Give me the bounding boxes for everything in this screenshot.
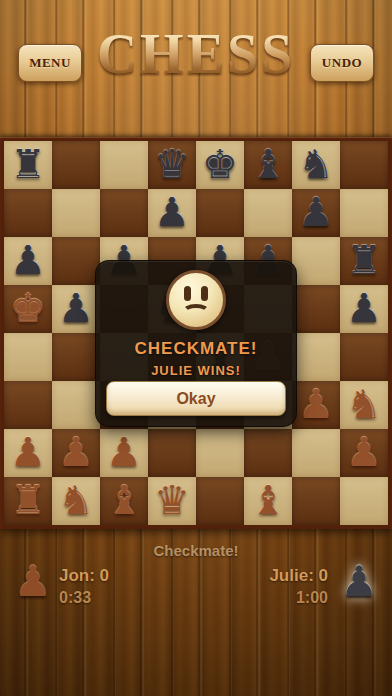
piece-black-rook: ♜: [340, 237, 388, 285]
checkmate-dialog: CHECKMATE! JULIE WINS! Okay: [95, 260, 297, 427]
square-h1[interactable]: [340, 477, 388, 525]
square-a4[interactable]: [4, 333, 52, 381]
square-a2[interactable]: ♟: [4, 429, 52, 477]
square-b3[interactable]: [52, 381, 100, 429]
square-h5[interactable]: ♟: [340, 285, 388, 333]
dialog-title: CHECKMATE!: [134, 339, 257, 359]
square-f2[interactable]: [244, 429, 292, 477]
square-b5[interactable]: ♟: [52, 285, 100, 333]
square-g8[interactable]: ♞: [292, 141, 340, 189]
undo-button[interactable]: UNDO: [310, 44, 374, 82]
square-a3[interactable]: [4, 381, 52, 429]
square-f1[interactable]: ♝: [244, 477, 292, 525]
square-g2[interactable]: [292, 429, 340, 477]
square-a7[interactable]: [4, 189, 52, 237]
square-a8[interactable]: ♜: [4, 141, 52, 189]
square-h6[interactable]: ♜: [340, 237, 388, 285]
status-message: Checkmate!: [0, 542, 392, 559]
player-left-time: 0:33: [59, 589, 91, 607]
piece-black-knight: ♞: [292, 141, 340, 189]
square-b6[interactable]: [52, 237, 100, 285]
piece-white-bishop: ♝: [100, 477, 148, 525]
piece-white-queen: ♛: [148, 477, 196, 525]
okay-button[interactable]: Okay: [106, 381, 286, 416]
black-pawn-icon: ♟: [340, 558, 378, 606]
sad-face-right-eye: [201, 286, 208, 301]
square-d7[interactable]: ♟: [148, 189, 196, 237]
square-c1[interactable]: ♝: [100, 477, 148, 525]
square-c7[interactable]: [100, 189, 148, 237]
piece-white-knight: ♞: [340, 381, 388, 429]
piece-white-pawn: ♟: [340, 429, 388, 477]
dialog-subtitle: JULIE WINS!: [151, 363, 241, 378]
square-e8[interactable]: ♚: [196, 141, 244, 189]
square-c8[interactable]: [100, 141, 148, 189]
piece-white-pawn: ♟: [4, 429, 52, 477]
square-g7[interactable]: ♟: [292, 189, 340, 237]
app-screen: MENU CHESS UNDO ♜♛♚♝♞♟♟♟♟♟♟♜♚♟♞♟♝♟♟♞♟♟♟♟…: [0, 0, 392, 696]
piece-black-pawn: ♟: [148, 189, 196, 237]
square-h7[interactable]: [340, 189, 388, 237]
piece-black-pawn: ♟: [292, 189, 340, 237]
sad-face-left-eye: [184, 286, 191, 301]
square-a5[interactable]: ♚: [4, 285, 52, 333]
square-a6[interactable]: ♟: [4, 237, 52, 285]
player-right-time: 1:00: [296, 589, 328, 607]
piece-black-rook: ♜: [4, 141, 52, 189]
square-h2[interactable]: ♟: [340, 429, 388, 477]
square-d2[interactable]: [148, 429, 196, 477]
square-c2[interactable]: ♟: [100, 429, 148, 477]
square-g1[interactable]: [292, 477, 340, 525]
piece-black-king: ♚: [196, 141, 244, 189]
piece-white-bishop: ♝: [244, 477, 292, 525]
piece-white-pawn: ♟: [52, 429, 100, 477]
square-e1[interactable]: [196, 477, 244, 525]
piece-white-knight: ♞: [52, 477, 100, 525]
square-h3[interactable]: ♞: [340, 381, 388, 429]
sad-face-frown: [182, 304, 210, 320]
square-a1[interactable]: ♜: [4, 477, 52, 525]
square-h8[interactable]: [340, 141, 388, 189]
piece-black-pawn: ♟: [4, 237, 52, 285]
piece-black-queen: ♛: [148, 141, 196, 189]
square-g5[interactable]: [292, 285, 340, 333]
square-g4[interactable]: [292, 333, 340, 381]
square-g3[interactable]: ♟: [292, 381, 340, 429]
square-b4[interactable]: [52, 333, 100, 381]
square-b2[interactable]: ♟: [52, 429, 100, 477]
piece-white-king: ♚: [4, 285, 52, 333]
piece-black-pawn: ♟: [340, 285, 388, 333]
piece-black-bishop: ♝: [244, 141, 292, 189]
sad-face-icon: [166, 270, 226, 330]
piece-white-pawn: ♟: [292, 381, 340, 429]
square-h4[interactable]: [340, 333, 388, 381]
player-left-score: Jon: 0: [59, 566, 109, 586]
piece-white-pawn: ♟: [100, 429, 148, 477]
piece-white-rook: ♜: [4, 477, 52, 525]
square-b1[interactable]: ♞: [52, 477, 100, 525]
square-d8[interactable]: ♛: [148, 141, 196, 189]
player-right-score: Julie: 0: [269, 566, 328, 586]
piece-black-pawn: ♟: [52, 285, 100, 333]
square-f8[interactable]: ♝: [244, 141, 292, 189]
square-e2[interactable]: [196, 429, 244, 477]
square-b7[interactable]: [52, 189, 100, 237]
square-d1[interactable]: ♛: [148, 477, 196, 525]
square-g6[interactable]: [292, 237, 340, 285]
square-e7[interactable]: [196, 189, 244, 237]
white-pawn-icon: ♟: [14, 558, 52, 606]
square-b8[interactable]: [52, 141, 100, 189]
square-f7[interactable]: [244, 189, 292, 237]
